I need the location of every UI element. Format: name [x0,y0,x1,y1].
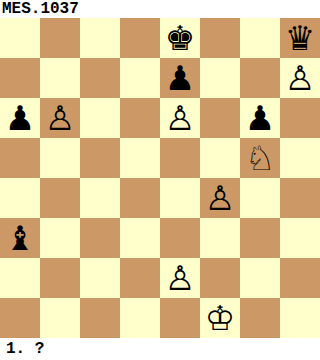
piece-wP-e6: ♙ [165,98,195,138]
chess-puzzle-screen: MES.1037 ♚♛♟♙♟♙♙♟♘♙♝♙♔ 1. ? [0,0,320,360]
square-d7[interactable] [120,58,160,98]
square-f8[interactable] [200,18,240,58]
square-e3[interactable] [160,218,200,258]
square-b7[interactable] [40,58,80,98]
square-e5[interactable] [160,138,200,178]
piece-bP-e7: ♟ [165,58,195,98]
square-c6[interactable] [80,98,120,138]
square-f5[interactable] [200,138,240,178]
piece-wP-b6: ♙ [45,98,75,138]
square-g8[interactable] [240,18,280,58]
square-h8[interactable]: ♛ [280,18,320,58]
puzzle-title: MES.1037 [0,0,79,18]
square-h5[interactable] [280,138,320,178]
square-d4[interactable] [120,178,160,218]
piece-bQ-h8: ♛ [285,18,315,58]
square-d8[interactable] [120,18,160,58]
square-h6[interactable] [280,98,320,138]
square-h2[interactable] [280,258,320,298]
square-h1[interactable] [280,298,320,338]
square-b6[interactable]: ♙ [40,98,80,138]
square-h3[interactable] [280,218,320,258]
piece-wP-h7: ♙ [285,58,315,98]
square-f2[interactable] [200,258,240,298]
chess-board: ♚♛♟♙♟♙♙♟♘♙♝♙♔ [0,18,320,338]
square-g4[interactable] [240,178,280,218]
piece-bK-e8: ♚ [165,18,195,58]
square-f7[interactable] [200,58,240,98]
square-b3[interactable] [40,218,80,258]
square-g5[interactable]: ♘ [240,138,280,178]
piece-wP-f4: ♙ [205,178,235,218]
square-f3[interactable] [200,218,240,258]
square-c8[interactable] [80,18,120,58]
square-a2[interactable] [0,258,40,298]
square-g1[interactable] [240,298,280,338]
piece-wP-e2: ♙ [165,258,195,298]
square-a3[interactable]: ♝ [0,218,40,258]
footer: 1. ? [0,338,320,360]
square-h4[interactable] [280,178,320,218]
square-a8[interactable] [0,18,40,58]
square-d3[interactable] [120,218,160,258]
move-prompt: 1. ? [0,338,44,360]
square-f4[interactable]: ♙ [200,178,240,218]
square-b8[interactable] [40,18,80,58]
square-d1[interactable] [120,298,160,338]
square-c3[interactable] [80,218,120,258]
square-b4[interactable] [40,178,80,218]
piece-wN-g5: ♘ [245,138,275,178]
square-e6[interactable]: ♙ [160,98,200,138]
square-g3[interactable] [240,218,280,258]
square-c2[interactable] [80,258,120,298]
square-f6[interactable] [200,98,240,138]
piece-bP-g6: ♟ [245,98,275,138]
square-c4[interactable] [80,178,120,218]
square-b2[interactable] [40,258,80,298]
square-d6[interactable] [120,98,160,138]
piece-bP-a6: ♟ [5,98,35,138]
square-a7[interactable] [0,58,40,98]
square-a1[interactable] [0,298,40,338]
square-e1[interactable] [160,298,200,338]
piece-bB-a3: ♝ [5,218,35,258]
square-a5[interactable] [0,138,40,178]
square-f1[interactable]: ♔ [200,298,240,338]
square-a6[interactable]: ♟ [0,98,40,138]
square-h7[interactable]: ♙ [280,58,320,98]
square-g6[interactable]: ♟ [240,98,280,138]
square-g7[interactable] [240,58,280,98]
square-c7[interactable] [80,58,120,98]
piece-wK-f1: ♔ [205,298,235,338]
square-g2[interactable] [240,258,280,298]
square-d5[interactable] [120,138,160,178]
square-b1[interactable] [40,298,80,338]
square-d2[interactable] [120,258,160,298]
square-c1[interactable] [80,298,120,338]
square-e2[interactable]: ♙ [160,258,200,298]
title-bar: MES.1037 [0,0,320,18]
square-e8[interactable]: ♚ [160,18,200,58]
square-b5[interactable] [40,138,80,178]
square-a4[interactable] [0,178,40,218]
square-e4[interactable] [160,178,200,218]
square-e7[interactable]: ♟ [160,58,200,98]
square-c5[interactable] [80,138,120,178]
